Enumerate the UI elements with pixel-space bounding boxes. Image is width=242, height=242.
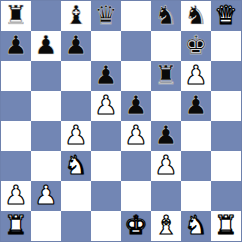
white-pawn-icon: ♟ [34, 181, 57, 210]
square-a7[interactable]: ♟ [1, 31, 31, 61]
square-d2[interactable] [91, 181, 121, 211]
square-g1[interactable]: ♞ [181, 211, 211, 241]
square-f6[interactable]: ♜ [151, 61, 181, 91]
white-pawn-icon: ♟ [4, 181, 27, 210]
chess-board: ♜♝♛♞♞♛♟♟♟♚♟♜♟♟♟♟♟♟♟♞♟♟♟♜♚♝♞♜ [0, 0, 242, 242]
square-f5[interactable] [151, 91, 181, 121]
black-pawn-icon: ♟ [34, 31, 57, 60]
square-e2[interactable] [121, 181, 151, 211]
black-pawn-icon: ♟ [4, 31, 27, 60]
black-rook-icon: ♜ [4, 1, 27, 30]
square-c4[interactable]: ♟ [61, 121, 91, 151]
white-rook-icon: ♜ [214, 211, 237, 240]
square-d8[interactable]: ♛ [91, 1, 121, 31]
square-c8[interactable]: ♝ [61, 1, 91, 31]
square-f4[interactable]: ♟ [151, 121, 181, 151]
square-c6[interactable] [61, 61, 91, 91]
square-d5[interactable]: ♟ [91, 91, 121, 121]
black-pawn-icon: ♟ [154, 121, 177, 150]
black-pawn-icon: ♟ [184, 91, 207, 120]
white-pawn-icon: ♟ [94, 91, 117, 120]
square-h6[interactable] [211, 61, 241, 91]
white-knight-icon: ♞ [64, 151, 87, 180]
black-knight-icon: ♞ [184, 1, 207, 30]
square-d1[interactable] [91, 211, 121, 241]
white-pawn-icon: ♟ [184, 61, 207, 90]
square-b3[interactable] [31, 151, 61, 181]
white-pawn-icon: ♟ [154, 151, 177, 180]
square-e7[interactable] [121, 31, 151, 61]
black-pawn-icon: ♟ [64, 31, 87, 60]
square-b2[interactable]: ♟ [31, 181, 61, 211]
white-knight-icon: ♞ [184, 211, 207, 240]
square-d7[interactable] [91, 31, 121, 61]
square-e6[interactable] [121, 61, 151, 91]
square-b8[interactable] [31, 1, 61, 31]
square-d6[interactable]: ♟ [91, 61, 121, 91]
square-h3[interactable] [211, 151, 241, 181]
square-d3[interactable] [91, 151, 121, 181]
square-c5[interactable] [61, 91, 91, 121]
square-c7[interactable]: ♟ [61, 31, 91, 61]
square-g6[interactable]: ♟ [181, 61, 211, 91]
square-g7[interactable]: ♚ [181, 31, 211, 61]
black-pawn-icon: ♟ [124, 91, 147, 120]
square-e3[interactable] [121, 151, 151, 181]
black-rook-icon: ♜ [154, 61, 177, 90]
square-d4[interactable] [91, 121, 121, 151]
square-a8[interactable]: ♜ [1, 1, 31, 31]
square-g2[interactable] [181, 181, 211, 211]
white-pawn-icon: ♟ [64, 121, 87, 150]
square-a6[interactable] [1, 61, 31, 91]
square-f7[interactable] [151, 31, 181, 61]
square-h8[interactable]: ♛ [211, 1, 241, 31]
square-a3[interactable] [1, 151, 31, 181]
square-h7[interactable] [211, 31, 241, 61]
square-c1[interactable] [61, 211, 91, 241]
black-bishop-icon: ♝ [64, 1, 87, 30]
black-pawn-icon: ♟ [94, 61, 117, 90]
square-c2[interactable] [61, 181, 91, 211]
square-b7[interactable]: ♟ [31, 31, 61, 61]
square-f8[interactable]: ♞ [151, 1, 181, 31]
square-a4[interactable] [1, 121, 31, 151]
white-queen-icon: ♛ [214, 1, 237, 30]
square-e4[interactable]: ♟ [121, 121, 151, 151]
square-g5[interactable]: ♟ [181, 91, 211, 121]
square-b5[interactable] [31, 91, 61, 121]
square-b1[interactable] [31, 211, 61, 241]
square-h5[interactable] [211, 91, 241, 121]
square-a1[interactable]: ♜ [1, 211, 31, 241]
square-f3[interactable]: ♟ [151, 151, 181, 181]
square-h2[interactable] [211, 181, 241, 211]
square-h1[interactable]: ♜ [211, 211, 241, 241]
square-e8[interactable] [121, 1, 151, 31]
square-g4[interactable] [181, 121, 211, 151]
square-f2[interactable] [151, 181, 181, 211]
black-king-icon: ♚ [184, 31, 207, 60]
white-rook-icon: ♜ [4, 211, 27, 240]
white-pawn-icon: ♟ [124, 121, 147, 150]
square-a2[interactable]: ♟ [1, 181, 31, 211]
square-h4[interactable] [211, 121, 241, 151]
square-g3[interactable] [181, 151, 211, 181]
square-a5[interactable] [1, 91, 31, 121]
black-queen-icon: ♛ [94, 1, 117, 30]
black-knight-icon: ♞ [154, 1, 177, 30]
square-e5[interactable]: ♟ [121, 91, 151, 121]
square-c3[interactable]: ♞ [61, 151, 91, 181]
square-b4[interactable] [31, 121, 61, 151]
square-e1[interactable]: ♚ [121, 211, 151, 241]
square-b6[interactable] [31, 61, 61, 91]
white-bishop-icon: ♝ [154, 211, 177, 240]
square-f1[interactable]: ♝ [151, 211, 181, 241]
white-king-icon: ♚ [124, 211, 147, 240]
square-g8[interactable]: ♞ [181, 1, 211, 31]
